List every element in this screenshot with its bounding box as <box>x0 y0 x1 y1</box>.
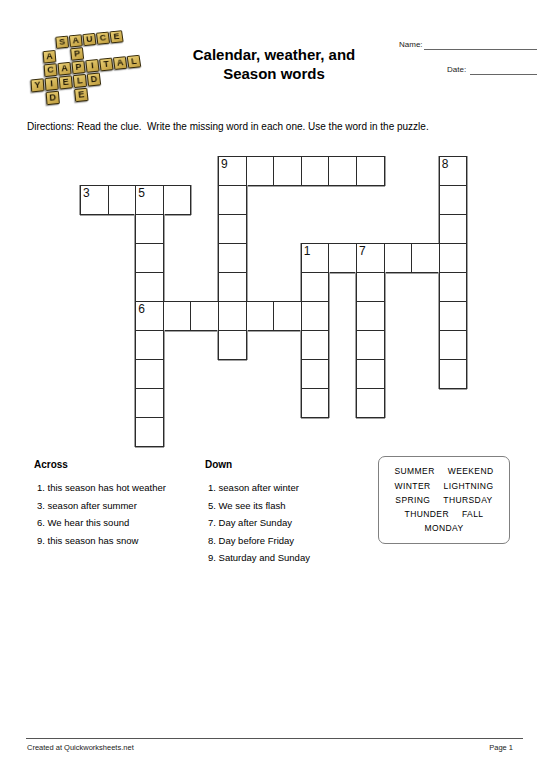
logo-tile: S <box>55 36 69 49</box>
grid-cell[interactable] <box>356 301 385 331</box>
logo-tile: A <box>43 50 57 64</box>
grid-cell[interactable] <box>163 185 192 215</box>
clue-down: 8. Day before Friday <box>208 532 310 550</box>
across-clue-list: 1. this season has hot weather3. season … <box>34 479 166 549</box>
logo-tile: D <box>87 72 102 86</box>
down-clues-section: Down 1. season after winter5. We see its… <box>205 459 310 567</box>
logo-tile: A <box>113 56 128 70</box>
logo-tile: D <box>46 91 60 106</box>
clue-across: 3. season after summer <box>37 497 166 515</box>
grid-cell[interactable]: 5 <box>135 185 164 215</box>
clue-across: 1. this season has hot weather <box>37 479 166 497</box>
grid-cell[interactable] <box>301 330 330 360</box>
grid-cell[interactable] <box>273 301 302 331</box>
grid-cell[interactable] <box>190 301 219 331</box>
logo-tile: I <box>45 77 59 91</box>
logo-tile: L <box>127 55 142 69</box>
logo-tile: T <box>99 58 113 72</box>
grid-cell[interactable] <box>218 330 247 360</box>
word-bank-row: WINTERLIGHTNING <box>395 479 494 493</box>
clue-number: 1 <box>302 244 329 257</box>
date-input-line[interactable] <box>470 66 537 75</box>
word-bank-box: SUMMERWEEKENDWINTERLIGHTNINGSPRINGTHURSD… <box>378 456 510 544</box>
clue-across: 6. We hear this sound <box>37 514 166 532</box>
grid-cell[interactable] <box>246 301 275 331</box>
grid-cell[interactable] <box>301 359 330 389</box>
logo-tile: I <box>85 59 99 73</box>
grid-cell[interactable] <box>218 272 247 302</box>
grid-cell[interactable] <box>218 185 247 215</box>
grid-cell[interactable] <box>439 330 468 360</box>
grid-cell[interactable]: 7 <box>356 243 385 273</box>
grid-cell[interactable] <box>135 417 164 447</box>
grid-cell[interactable] <box>108 185 137 215</box>
logo-tile: E <box>74 88 89 103</box>
page-title-line1: Calendar, weather, and <box>149 45 399 64</box>
grid-cell[interactable]: 9 <box>218 156 247 186</box>
footer-page-number: Page 1 <box>489 743 513 752</box>
word-bank-word: SUMMER <box>395 464 435 478</box>
clue-across: 9. this season has snow <box>37 532 166 550</box>
down-clue-list: 1. season after winter5. We see its flas… <box>205 479 310 567</box>
clue-down: 5. We see its flash <box>208 497 310 515</box>
grid-cell[interactable] <box>439 359 468 389</box>
word-bank-word: FALL <box>462 507 483 521</box>
grid-cell[interactable] <box>135 388 164 418</box>
logo-tile: E <box>109 30 123 43</box>
logo-tile: Y <box>30 78 44 92</box>
word-bank-row: SPRINGTHURSDAY <box>395 493 492 507</box>
grid-cell[interactable] <box>135 214 164 244</box>
clue-number: 6 <box>136 302 163 315</box>
grid-cell[interactable] <box>356 272 385 302</box>
grid-cell[interactable] <box>301 272 330 302</box>
word-bank-word: SPRING <box>395 493 430 507</box>
footer-divider <box>26 738 523 739</box>
logo-tile: A <box>69 34 83 47</box>
clue-number: 5 <box>136 186 163 199</box>
word-bank-word: LIGHTNING <box>444 479 494 493</box>
word-bank-word: THUNDER <box>405 507 449 521</box>
across-heading: Across <box>34 459 166 470</box>
page-title: Calendar, weather, and Season words <box>149 45 399 83</box>
clue-number: 7 <box>357 244 384 257</box>
logo-tile: A <box>58 62 72 76</box>
grid-cell[interactable] <box>163 301 192 331</box>
clue-number: 9 <box>219 157 246 170</box>
grid-cell[interactable]: 3 <box>80 185 109 215</box>
grid-cell[interactable] <box>356 156 385 186</box>
grid-cell[interactable] <box>328 243 357 273</box>
worksheet-page: SAUCEAPCAPITALYIELDDE Calendar, weather,… <box>0 0 548 776</box>
grid-cell[interactable] <box>439 272 468 302</box>
grid-cell[interactable] <box>218 243 247 273</box>
logo-tile: P <box>70 47 84 61</box>
grid-cell[interactable] <box>135 272 164 302</box>
word-bank-word: MONDAY <box>424 521 463 535</box>
word-bank-row: SUMMERWEEKEND <box>395 464 494 478</box>
clue-down: 1. season after winter <box>208 479 310 497</box>
clue-down: 7. Day after Sunday <box>208 514 310 532</box>
grid-cell[interactable] <box>218 301 247 331</box>
grid-cell[interactable]: 1 <box>301 243 330 273</box>
logo-tile: E <box>59 75 73 89</box>
clue-down: 9. Saturday and Sunday <box>208 549 310 567</box>
logo-tile: C <box>96 32 110 45</box>
logo-tile: U <box>82 33 96 46</box>
logo-tile: P <box>71 60 85 74</box>
grid-cell[interactable] <box>135 243 164 273</box>
grid-cell[interactable] <box>411 243 440 273</box>
grid-cell[interactable] <box>439 185 468 215</box>
word-bank-word: WINTER <box>395 479 431 493</box>
clue-number: 8 <box>440 157 467 170</box>
grid-cell[interactable] <box>356 330 385 360</box>
date-label: Date: <box>447 65 466 74</box>
crossword-logo-tiles: SAUCEAPCAPITALYIELDDE <box>28 29 147 108</box>
footer-credit: Created at Quickworksheets.net <box>27 743 134 752</box>
word-bank-row: THUNDERFALL <box>405 507 484 521</box>
grid-cell[interactable]: 6 <box>135 301 164 331</box>
name-label: Name: <box>399 40 423 49</box>
grid-cell[interactable] <box>246 156 275 186</box>
down-heading: Down <box>205 459 310 470</box>
grid-cell[interactable] <box>439 243 468 273</box>
grid-cell[interactable] <box>439 301 468 331</box>
grid-cell[interactable] <box>301 156 330 186</box>
logo-tile: L <box>73 74 87 88</box>
grid-cell[interactable] <box>301 388 330 418</box>
grid-cell[interactable] <box>135 330 164 360</box>
logo-tile: C <box>44 63 58 77</box>
grid-cell[interactable] <box>439 214 468 244</box>
across-clues-section: Across 1. this season has hot weather3. … <box>34 459 166 549</box>
grid-cell[interactable] <box>384 243 413 273</box>
crossword-logo: SAUCEAPCAPITALYIELDDE <box>28 30 150 110</box>
crossword-grid: 9835176 <box>80 156 468 448</box>
grid-cell[interactable] <box>135 359 164 389</box>
page-title-line2: Season words <box>149 64 399 83</box>
grid-cell[interactable] <box>273 156 302 186</box>
directions-text: Directions: Read the clue. Write the mis… <box>27 121 429 132</box>
grid-cell[interactable] <box>356 388 385 418</box>
grid-cell[interactable] <box>328 156 357 186</box>
grid-cell[interactable] <box>218 214 247 244</box>
grid-cell[interactable] <box>356 359 385 389</box>
name-input-line[interactable] <box>424 41 537 50</box>
grid-cell[interactable]: 8 <box>439 156 468 186</box>
clue-number: 3 <box>81 186 108 199</box>
grid-cell[interactable] <box>301 301 330 331</box>
word-bank-row: MONDAY <box>424 521 463 535</box>
word-bank-word: WEEKEND <box>448 464 494 478</box>
word-bank-word: THURSDAY <box>443 493 492 507</box>
